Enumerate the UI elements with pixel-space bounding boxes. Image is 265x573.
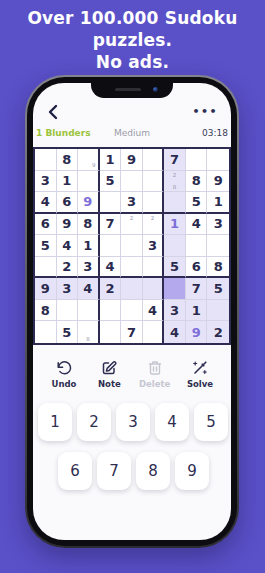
given-digit: 9 <box>62 216 71 231</box>
cell-r8c7[interactable]: 3 <box>164 300 186 322</box>
given-digit: 7 <box>170 152 179 167</box>
given-digit: 3 <box>148 238 157 253</box>
solve-label: Solve <box>187 379 213 389</box>
cell-r2c1[interactable]: 3 <box>35 171 57 193</box>
cell-r3c4[interactable] <box>100 192 122 214</box>
given-digit: 2 <box>214 325 223 340</box>
cell-r5c1[interactable]: 5 <box>35 235 57 257</box>
given-digit: 4 <box>62 238 71 253</box>
phone-frame: ••• 1 Blunders Medium 03:18 891973152889… <box>25 75 239 548</box>
numpad-1[interactable]: 1 <box>38 403 72 441</box>
cell-r4c4[interactable]: 7 <box>100 214 122 236</box>
pencil-notes: 2 <box>122 215 141 234</box>
numpad-6[interactable]: 6 <box>58 452 92 490</box>
pencil-notes: 9 <box>79 150 97 169</box>
user-digit: 9 <box>192 325 201 340</box>
wand-icon <box>192 360 208 376</box>
camera-dot <box>153 87 158 92</box>
cell-r3c5[interactable]: 3 <box>121 192 143 214</box>
given-digit: 1 <box>105 152 114 167</box>
cell-r9c5[interactable]: 7 <box>121 321 143 343</box>
given-digit: 4 <box>105 259 114 274</box>
cell-r6c3[interactable]: 3 <box>78 257 100 279</box>
cell-r6c8[interactable]: 6 <box>186 257 208 279</box>
given-digit: 1 <box>83 238 92 253</box>
status-row: 1 Blunders Medium 03:18 <box>36 128 228 140</box>
cell-r9c4[interactable] <box>100 321 122 343</box>
given-digit: 7 <box>192 281 201 296</box>
cell-r7c8[interactable]: 7 <box>186 278 208 300</box>
cell-r6c6[interactable] <box>143 257 165 279</box>
cell-r5c6[interactable]: 3 <box>143 235 165 257</box>
cell-r8c6[interactable]: 4 <box>143 300 165 322</box>
cell-r8c9[interactable] <box>207 300 229 322</box>
cell-r9c3[interactable]: 8 <box>78 321 100 343</box>
given-digit: 8 <box>62 152 71 167</box>
more-options-icon[interactable]: ••• <box>192 107 218 117</box>
cell-r6c4[interactable]: 4 <box>100 257 122 279</box>
cell-r6c1[interactable] <box>35 257 57 279</box>
given-digit: 8 <box>41 303 50 318</box>
nav-bar: ••• <box>46 103 218 121</box>
given-digit: 3 <box>41 173 50 188</box>
numpad-2[interactable]: 2 <box>77 403 111 441</box>
cell-r3c2[interactable]: 6 <box>57 192 79 214</box>
given-digit: 7 <box>105 216 114 231</box>
given-digit: 6 <box>192 259 201 274</box>
given-digit: 6 <box>62 194 71 209</box>
numpad-row-1: 12345 <box>38 403 228 441</box>
difficulty-label: Medium <box>114 128 150 138</box>
given-digit: 1 <box>192 303 201 318</box>
cell-r9c6[interactable] <box>143 321 165 343</box>
cell-r4c5[interactable]: 2 <box>121 214 143 236</box>
cell-r7c3[interactable]: 4 <box>78 278 100 300</box>
cell-r5c3[interactable]: 1 <box>78 235 100 257</box>
cell-r7c2[interactable]: 3 <box>57 278 79 300</box>
cell-r8c1[interactable]: 8 <box>35 300 57 322</box>
toolbar: Undo Note Delete <box>42 360 222 389</box>
cell-r3c6[interactable] <box>143 192 165 214</box>
given-digit: 1 <box>62 173 71 188</box>
numpad-9[interactable]: 9 <box>175 452 209 490</box>
given-digit: 2 <box>62 259 71 274</box>
given-digit: 5 <box>105 173 114 188</box>
cell-r9c8[interactable]: 9 <box>186 321 208 343</box>
numpad-3[interactable]: 3 <box>116 403 150 441</box>
cell-r9c1[interactable] <box>35 321 57 343</box>
timer: 03:18 <box>202 128 228 138</box>
cell-r5c5[interactable] <box>121 235 143 257</box>
cell-r3c7[interactable] <box>164 192 186 214</box>
cell-r1c4[interactable]: 1 <box>100 149 122 171</box>
given-digit: 3 <box>127 194 136 209</box>
cell-r7c9[interactable]: 5 <box>207 278 229 300</box>
cell-r7c5[interactable] <box>121 278 143 300</box>
given-digit: 4 <box>41 194 50 209</box>
undo-icon <box>56 360 72 376</box>
note-button[interactable]: Note <box>87 360 131 389</box>
cell-r3c9[interactable]: 1 <box>207 192 229 214</box>
cell-r1c1[interactable] <box>35 149 57 171</box>
cell-r4c9[interactable]: 3 <box>207 214 229 236</box>
cell-r5c9[interactable] <box>207 235 229 257</box>
cell-r5c7[interactable] <box>164 235 186 257</box>
cell-r6c9[interactable]: 8 <box>207 257 229 279</box>
cell-r2c7[interactable]: 28 <box>164 171 186 193</box>
cell-r2c3[interactable] <box>78 171 100 193</box>
given-digit: 5 <box>41 238 50 253</box>
cell-r4c1[interactable]: 6 <box>35 214 57 236</box>
cell-r3c1[interactable]: 4 <box>35 192 57 214</box>
cell-r4c7[interactable]: 1 <box>164 214 186 236</box>
app-store-screenshot: Over 100.000 Sudoku puzzles. No ads. •••… <box>0 0 265 573</box>
user-digit: 1 <box>170 216 179 231</box>
given-digit: 4 <box>148 303 157 318</box>
numpad-7[interactable]: 7 <box>97 452 131 490</box>
note-icon <box>101 360 117 376</box>
cell-r1c2[interactable]: 8 <box>57 149 79 171</box>
trash-icon <box>147 360 163 376</box>
cell-r2c6[interactable] <box>143 171 165 193</box>
delete-label: Delete <box>139 379 170 389</box>
cell-r2c8[interactable]: 8 <box>186 171 208 193</box>
pencil-notes: 2 <box>144 215 162 234</box>
cell-r2c9[interactable]: 9 <box>207 171 229 193</box>
headline-line2: No ads. <box>0 51 265 73</box>
cell-r1c9[interactable] <box>207 149 229 171</box>
given-digit: 9 <box>214 173 223 188</box>
given-digit: 1 <box>214 194 223 209</box>
cell-r3c8[interactable]: 5 <box>186 192 208 214</box>
given-digit: 5 <box>170 259 179 274</box>
given-digit: 8 <box>83 216 92 231</box>
notch <box>91 83 173 98</box>
given-digit: 8 <box>192 173 201 188</box>
cell-r3c3[interactable]: 9 <box>78 192 100 214</box>
pencil-notes: 8 <box>79 322 97 342</box>
cell-r4c8[interactable]: 4 <box>186 214 208 236</box>
given-digit: 3 <box>62 281 71 296</box>
cell-r2c4[interactable]: 5 <box>100 171 122 193</box>
cell-r4c6[interactable]: 2 <box>143 214 165 236</box>
pencil-notes: 28 <box>165 172 184 191</box>
numpad-8[interactable]: 8 <box>136 452 170 490</box>
cell-r1c6[interactable] <box>143 149 165 171</box>
headline-line1: Over 100.000 Sudoku puzzles. <box>0 7 265 51</box>
speaker-slit <box>115 88 141 91</box>
cell-r2c5[interactable] <box>121 171 143 193</box>
cell-r4c2[interactable]: 9 <box>57 214 79 236</box>
given-digit: 4 <box>170 325 179 340</box>
cell-r8c2[interactable] <box>57 300 79 322</box>
note-label: Note <box>98 379 121 389</box>
given-digit: 3 <box>83 259 92 274</box>
user-digit: 9 <box>83 194 92 209</box>
cell-r1c7[interactable]: 7 <box>164 149 186 171</box>
cell-r5c4[interactable] <box>100 235 122 257</box>
cell-r9c2[interactable]: 5 <box>57 321 79 343</box>
cell-r1c3[interactable]: 9 <box>78 149 100 171</box>
numpad-5[interactable]: 5 <box>194 403 228 441</box>
cell-r2c2[interactable]: 1 <box>57 171 79 193</box>
given-digit: 9 <box>41 281 50 296</box>
given-digit: 5 <box>62 325 71 340</box>
cell-r8c4[interactable] <box>100 300 122 322</box>
cell-r6c2[interactable]: 2 <box>57 257 79 279</box>
phone-bezel: ••• 1 Blunders Medium 03:18 891973152889… <box>27 77 237 546</box>
cell-r8c3[interactable] <box>78 300 100 322</box>
cell-r1c8[interactable] <box>186 149 208 171</box>
given-digit: 7 <box>127 325 136 340</box>
cell-r7c6[interactable] <box>143 278 165 300</box>
phone-screen: ••• 1 Blunders Medium 03:18 891973152889… <box>33 83 231 540</box>
cell-r1c5[interactable]: 9 <box>121 149 143 171</box>
headline: Over 100.000 Sudoku puzzles. No ads. <box>0 7 265 73</box>
given-digit: 2 <box>105 281 114 296</box>
given-digit: 9 <box>127 152 136 167</box>
given-digit: 3 <box>170 303 179 318</box>
cell-r6c5[interactable] <box>121 257 143 279</box>
undo-label: Undo <box>52 379 77 389</box>
cell-r8c5[interactable] <box>121 300 143 322</box>
undo-button[interactable]: Undo <box>42 360 86 389</box>
delete-button[interactable]: Delete <box>133 360 177 389</box>
cell-r5c2[interactable]: 4 <box>57 235 79 257</box>
sudoku-grid: 8919731528894693516987221435413234568934… <box>33 147 231 345</box>
given-digit: 4 <box>192 216 201 231</box>
back-chevron-icon[interactable] <box>46 104 60 120</box>
given-digit: 3 <box>214 216 223 231</box>
cell-r7c4[interactable]: 2 <box>100 278 122 300</box>
given-digit: 4 <box>83 281 92 296</box>
given-digit: 5 <box>214 281 223 296</box>
numpad-row-2: 6789 <box>58 452 209 490</box>
solve-button[interactable]: Solve <box>178 360 222 389</box>
cell-r9c9[interactable]: 2 <box>207 321 229 343</box>
cell-r9c7[interactable]: 4 <box>164 321 186 343</box>
cell-r6c7[interactable]: 5 <box>164 257 186 279</box>
numpad-4[interactable]: 4 <box>155 403 189 441</box>
cell-r7c1[interactable]: 9 <box>35 278 57 300</box>
cell-r4c3[interactable]: 8 <box>78 214 100 236</box>
cell-r8c8[interactable]: 1 <box>186 300 208 322</box>
given-digit: 5 <box>192 194 201 209</box>
blunders-counter: 1 Blunders <box>36 128 91 138</box>
given-digit: 8 <box>214 259 223 274</box>
cell-r7c7[interactable] <box>164 278 186 300</box>
cell-r5c8[interactable] <box>186 235 208 257</box>
given-digit: 6 <box>41 216 50 231</box>
